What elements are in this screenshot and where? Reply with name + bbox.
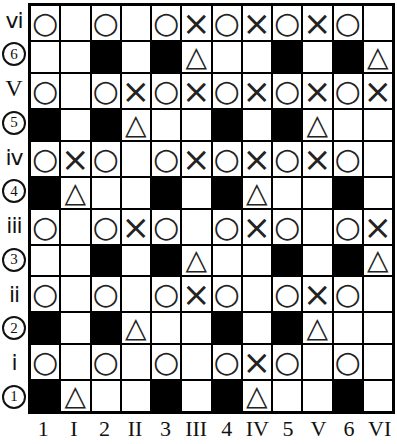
cell-iii-2-O[interactable]: ○ bbox=[91, 209, 121, 245]
cell-vi-5-O[interactable]: ○ bbox=[272, 5, 302, 41]
cell-iv-IV-X[interactable]: × bbox=[242, 141, 273, 177]
cell-V-III-X[interactable]: × bbox=[181, 73, 212, 109]
cell-2-IV-empty[interactable] bbox=[242, 312, 273, 344]
cell-iii-4-O[interactable]: ○ bbox=[212, 209, 242, 245]
cell-vi-2-O[interactable]: ○ bbox=[91, 5, 121, 41]
cell-i-VI-empty[interactable] bbox=[363, 344, 394, 380]
cell-6-5-black[interactable] bbox=[272, 41, 302, 73]
circled-number: 3 bbox=[2, 248, 26, 272]
cell-vi-IV-X[interactable]: × bbox=[242, 5, 273, 41]
cell-1-3-black[interactable] bbox=[151, 380, 181, 412]
cell-ii-2-O[interactable]: ○ bbox=[91, 276, 121, 312]
cell-vi-V-X[interactable]: × bbox=[302, 5, 333, 41]
row-label-2: 2 bbox=[0, 311, 28, 345]
col-label-IV: IV bbox=[242, 413, 273, 444]
col-label-II: II bbox=[120, 413, 151, 444]
cell-iv-4-O[interactable]: ○ bbox=[212, 141, 242, 177]
cell-ii-III-X[interactable]: × bbox=[181, 276, 212, 312]
cell-vi-3-O[interactable]: ○ bbox=[151, 5, 181, 41]
cell-iii-I-empty[interactable] bbox=[60, 209, 91, 245]
cell-6-4-empty[interactable] bbox=[212, 41, 242, 73]
col-label-4: 4 bbox=[212, 413, 243, 444]
cell-2-II-T[interactable]: △ bbox=[121, 312, 152, 344]
cell-1-IV-T[interactable]: △ bbox=[242, 380, 273, 412]
cell-vi-II-empty[interactable] bbox=[121, 5, 152, 41]
cell-i-1-O[interactable]: ○ bbox=[30, 344, 60, 380]
row-label-3: 3 bbox=[0, 243, 28, 277]
cell-6-I-empty[interactable] bbox=[60, 41, 91, 73]
puzzle-board: ○○○×○×○×○△△○○×○×○×○×○×△△○×○○×○×○×○△△○○×○… bbox=[28, 3, 395, 414]
cell-i-II-empty[interactable] bbox=[121, 344, 152, 380]
cell-ii-4-O[interactable]: ○ bbox=[212, 276, 242, 312]
cell-4-VI-empty[interactable] bbox=[363, 177, 394, 209]
cell-ii-II-empty[interactable] bbox=[121, 276, 152, 312]
cell-V-V-X[interactable]: × bbox=[302, 73, 333, 109]
cell-5-V-T[interactable]: △ bbox=[302, 109, 333, 141]
cell-4-I-T[interactable]: △ bbox=[60, 177, 91, 209]
cell-iii-6-O[interactable]: ○ bbox=[333, 209, 363, 245]
cell-6-II-empty[interactable] bbox=[121, 41, 152, 73]
col-label-III: III bbox=[181, 413, 212, 444]
row-label-6: 6 bbox=[0, 37, 28, 71]
col-label-5: 5 bbox=[273, 413, 304, 444]
cell-2-5-black[interactable] bbox=[272, 312, 302, 344]
cell-5-III-empty[interactable] bbox=[181, 109, 212, 141]
cell-i-IV-X[interactable]: × bbox=[242, 344, 273, 380]
row-label-vi: vi bbox=[0, 3, 28, 37]
cell-3-III-T[interactable]: △ bbox=[181, 245, 212, 277]
cell-iii-V-empty[interactable] bbox=[302, 209, 333, 245]
row-label-iii: iii bbox=[0, 209, 28, 243]
cell-V-6-O[interactable]: ○ bbox=[333, 73, 363, 109]
cell-3-VI-T[interactable]: △ bbox=[363, 245, 394, 277]
cell-3-3-black[interactable] bbox=[151, 245, 181, 277]
cell-vi-1-O[interactable]: ○ bbox=[30, 5, 60, 41]
cell-iii-II-X[interactable]: × bbox=[121, 209, 152, 245]
cell-i-5-O[interactable]: ○ bbox=[272, 344, 302, 380]
cell-V-1-O[interactable]: ○ bbox=[30, 73, 60, 109]
cell-4-II-empty[interactable] bbox=[121, 177, 152, 209]
row-label-5: 5 bbox=[0, 106, 28, 140]
cell-i-6-O[interactable]: ○ bbox=[333, 344, 363, 380]
cell-1-II-empty[interactable] bbox=[121, 380, 152, 412]
cell-2-4-black[interactable] bbox=[212, 312, 242, 344]
cell-ii-6-O[interactable]: ○ bbox=[333, 276, 363, 312]
cell-ii-5-O[interactable]: ○ bbox=[272, 276, 302, 312]
row-label-1: 1 bbox=[0, 380, 28, 414]
cell-4-6-black[interactable] bbox=[333, 177, 363, 209]
row-label-iv: iv bbox=[0, 140, 28, 174]
cell-iii-3-O[interactable]: ○ bbox=[151, 209, 181, 245]
cell-1-6-black[interactable] bbox=[333, 380, 363, 412]
cell-4-IV-T[interactable]: △ bbox=[242, 177, 273, 209]
cell-6-IV-empty[interactable] bbox=[242, 41, 273, 73]
cell-iii-1-O[interactable]: ○ bbox=[30, 209, 60, 245]
col-label-3: 3 bbox=[150, 413, 181, 444]
cell-3-4-empty[interactable] bbox=[212, 245, 242, 277]
row-label-i: i bbox=[0, 346, 28, 380]
cell-V-3-O[interactable]: ○ bbox=[151, 73, 181, 109]
cell-6-1-empty[interactable] bbox=[30, 41, 60, 73]
cell-2-3-empty[interactable] bbox=[151, 312, 181, 344]
col-label-I: I bbox=[59, 413, 90, 444]
cell-V-4-O[interactable]: ○ bbox=[212, 73, 242, 109]
cell-4-4-black[interactable] bbox=[212, 177, 242, 209]
cell-1-2-empty[interactable] bbox=[91, 380, 121, 412]
cell-iv-V-X[interactable]: × bbox=[302, 141, 333, 177]
cell-i-4-O[interactable]: ○ bbox=[212, 344, 242, 380]
cell-6-6-black[interactable] bbox=[333, 41, 363, 73]
cell-vi-4-O[interactable]: ○ bbox=[212, 5, 242, 41]
cell-3-IV-empty[interactable] bbox=[242, 245, 273, 277]
cell-vi-III-X[interactable]: × bbox=[181, 5, 212, 41]
cell-2-2-black[interactable] bbox=[91, 312, 121, 344]
cell-vi-6-O[interactable]: ○ bbox=[333, 5, 363, 41]
cell-3-5-black[interactable] bbox=[272, 245, 302, 277]
cell-iv-3-O[interactable]: ○ bbox=[151, 141, 181, 177]
cell-ii-3-O[interactable]: ○ bbox=[151, 276, 181, 312]
circled-number: 5 bbox=[2, 111, 26, 135]
cell-6-III-T[interactable]: △ bbox=[181, 41, 212, 73]
cell-1-4-black[interactable] bbox=[212, 380, 242, 412]
cell-5-6-empty[interactable] bbox=[333, 109, 363, 141]
cell-ii-1-O[interactable]: ○ bbox=[30, 276, 60, 312]
cell-ii-V-X[interactable]: × bbox=[302, 276, 333, 312]
cell-2-I-empty[interactable] bbox=[60, 312, 91, 344]
cell-vi-I-empty[interactable] bbox=[60, 5, 91, 41]
cell-V-2-O[interactable]: ○ bbox=[91, 73, 121, 109]
cell-i-2-O[interactable]: ○ bbox=[91, 344, 121, 380]
cell-1-III-empty[interactable] bbox=[181, 380, 212, 412]
row-label-column: vi6V5iv4iii3ii2i1 bbox=[0, 3, 28, 414]
cell-V-5-O[interactable]: ○ bbox=[272, 73, 302, 109]
col-label-1: 1 bbox=[28, 413, 59, 444]
cell-6-3-black[interactable] bbox=[151, 41, 181, 73]
cell-iv-2-O[interactable]: ○ bbox=[91, 141, 121, 177]
cell-V-I-empty[interactable] bbox=[60, 73, 91, 109]
circled-number: 1 bbox=[2, 385, 26, 409]
cell-i-I-empty[interactable] bbox=[60, 344, 91, 380]
cell-1-5-empty[interactable] bbox=[272, 380, 302, 412]
cell-iii-5-O[interactable]: ○ bbox=[272, 209, 302, 245]
cell-iv-III-X[interactable]: × bbox=[181, 141, 212, 177]
col-label-V: V bbox=[303, 413, 334, 444]
circled-number: 4 bbox=[2, 179, 26, 203]
cell-ii-VI-empty[interactable] bbox=[363, 276, 394, 312]
cell-4-1-black[interactable] bbox=[30, 177, 60, 209]
cell-3-I-empty[interactable] bbox=[60, 245, 91, 277]
cell-ii-I-empty[interactable] bbox=[60, 276, 91, 312]
cell-ii-IV-empty[interactable] bbox=[242, 276, 273, 312]
cell-2-VI-empty[interactable] bbox=[363, 312, 394, 344]
cell-1-VI-empty[interactable] bbox=[363, 380, 394, 412]
cell-V-IV-X[interactable]: × bbox=[242, 73, 273, 109]
cell-4-3-black[interactable] bbox=[151, 177, 181, 209]
cell-iii-IV-X[interactable]: × bbox=[242, 209, 273, 245]
cell-5-II-T[interactable]: △ bbox=[121, 109, 152, 141]
cell-1-1-black[interactable] bbox=[30, 380, 60, 412]
cell-V-II-X[interactable]: × bbox=[121, 73, 152, 109]
cell-2-6-empty[interactable] bbox=[333, 312, 363, 344]
cell-4-V-empty[interactable] bbox=[302, 177, 333, 209]
cell-5-VI-empty[interactable] bbox=[363, 109, 394, 141]
row-label-4: 4 bbox=[0, 174, 28, 208]
col-label-VI: VI bbox=[364, 413, 395, 444]
cell-3-II-empty[interactable] bbox=[121, 245, 152, 277]
cell-4-5-empty[interactable] bbox=[272, 177, 302, 209]
cell-vi-VI-empty[interactable] bbox=[363, 5, 394, 41]
cell-iv-II-empty[interactable] bbox=[121, 141, 152, 177]
cell-i-3-O[interactable]: ○ bbox=[151, 344, 181, 380]
cell-4-2-empty[interactable] bbox=[91, 177, 121, 209]
cell-iv-I-X[interactable]: × bbox=[60, 141, 91, 177]
cell-5-I-empty[interactable] bbox=[60, 109, 91, 141]
circled-number: 2 bbox=[2, 316, 26, 340]
cell-iv-6-O[interactable]: ○ bbox=[333, 141, 363, 177]
cell-2-V-T[interactable]: △ bbox=[302, 312, 333, 344]
cell-iv-1-O[interactable]: ○ bbox=[30, 141, 60, 177]
cell-5-IV-empty[interactable] bbox=[242, 109, 273, 141]
cell-2-1-black[interactable] bbox=[30, 312, 60, 344]
cell-5-3-empty[interactable] bbox=[151, 109, 181, 141]
cell-5-4-black[interactable] bbox=[212, 109, 242, 141]
cell-6-VI-T[interactable]: △ bbox=[363, 41, 394, 73]
cell-4-III-empty[interactable] bbox=[181, 177, 212, 209]
cell-5-2-black[interactable] bbox=[91, 109, 121, 141]
cell-6-V-empty[interactable] bbox=[302, 41, 333, 73]
cell-5-1-black[interactable] bbox=[30, 109, 60, 141]
cell-i-III-empty[interactable] bbox=[181, 344, 212, 380]
cell-iv-5-O[interactable]: ○ bbox=[272, 141, 302, 177]
cell-3-2-black[interactable] bbox=[91, 245, 121, 277]
cell-1-V-empty[interactable] bbox=[302, 380, 333, 412]
cell-V-VI-X[interactable]: × bbox=[363, 73, 394, 109]
cell-1-I-T[interactable]: △ bbox=[60, 380, 91, 412]
column-label-row: 1I2II3III4IV5V6VI bbox=[28, 413, 395, 444]
col-label-6: 6 bbox=[334, 413, 365, 444]
cell-3-V-empty[interactable] bbox=[302, 245, 333, 277]
cell-iii-VI-X[interactable]: × bbox=[363, 209, 394, 245]
cell-iv-VI-empty[interactable] bbox=[363, 141, 394, 177]
cell-6-2-black[interactable] bbox=[91, 41, 121, 73]
cell-5-5-black[interactable] bbox=[272, 109, 302, 141]
circled-number: 6 bbox=[2, 42, 26, 66]
cell-2-III-empty[interactable] bbox=[181, 312, 212, 344]
cell-iii-III-empty[interactable] bbox=[181, 209, 212, 245]
row-label-v: V bbox=[0, 72, 28, 106]
cell-i-V-empty[interactable] bbox=[302, 344, 333, 380]
row-label-ii: ii bbox=[0, 277, 28, 311]
cell-3-1-empty[interactable] bbox=[30, 245, 60, 277]
col-label-2: 2 bbox=[89, 413, 120, 444]
cell-3-6-black[interactable] bbox=[333, 245, 363, 277]
